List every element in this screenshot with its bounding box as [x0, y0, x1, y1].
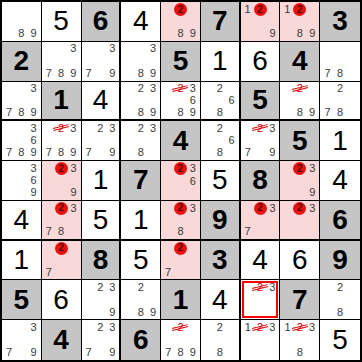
cell-r5c3[interactable]: 1	[82, 161, 122, 201]
candidate: 7	[321, 67, 334, 79]
cell-r3c7[interactable]: 5	[241, 82, 281, 122]
pencil-marks: 36789	[3, 122, 40, 159]
candidate: 9	[28, 28, 40, 40]
solved-digit: 1	[133, 206, 149, 234]
cell-r1c2[interactable]: 5	[42, 2, 82, 42]
candidate: 6	[187, 94, 199, 106]
candidate: 8	[174, 226, 187, 237]
cell-r9c6[interactable]: 28	[201, 320, 241, 360]
pencil-marks: 28	[321, 281, 359, 318]
cell-r8c1[interactable]: 5	[2, 280, 42, 320]
candidate: 2	[135, 122, 147, 134]
candidate: 2	[334, 83, 347, 95]
cell-r3c5[interactable]: 23689	[161, 82, 201, 122]
cell-r4c5[interactable]: 4	[161, 121, 201, 161]
cell-r7c3[interactable]: 8	[82, 241, 122, 281]
candidate-red-circled: 2	[55, 162, 68, 175]
candidate: 7	[43, 147, 55, 159]
candidate: 9	[28, 106, 40, 118]
candidate: 2	[214, 321, 226, 334]
pencil-marks: 28	[202, 321, 238, 359]
candidate: 7	[83, 147, 95, 159]
pencil-marks: 236	[162, 162, 199, 199]
candidate: 3	[147, 122, 159, 134]
cell-r9c7[interactable]: 123	[241, 320, 281, 360]
cell-r3c4[interactable]: 2389	[121, 82, 161, 122]
cell-r2c5[interactable]: 5	[161, 42, 201, 82]
sudoku-board: 8956428971291289323789379389516478378914…	[0, 0, 362, 362]
candidate: 3	[28, 162, 40, 174]
solved-digit: 4	[332, 166, 348, 194]
cell-r4c3[interactable]: 2379	[82, 121, 122, 161]
candidate: 3	[266, 321, 278, 334]
pencil-marks: 389	[122, 43, 159, 80]
cell-r8c4[interactable]: 289	[121, 280, 161, 320]
candidate: 3	[106, 43, 118, 55]
candidate: 8	[214, 106, 226, 118]
candidate: 3	[266, 281, 278, 293]
pencil-marks: 237	[242, 202, 279, 238]
cell-r9c5[interactable]: 2789	[161, 320, 201, 360]
candidate: 7	[3, 346, 15, 359]
candidate-red-circled: 2	[55, 202, 68, 215]
cell-r3c6[interactable]: 268	[201, 82, 241, 122]
candidate-eliminated: 2	[55, 122, 67, 134]
candidate: 3	[306, 202, 318, 215]
cell-r5c1[interactable]: 369	[2, 161, 42, 201]
candidate: 3	[106, 321, 118, 334]
candidate: 8	[55, 147, 67, 159]
candidate: 8	[15, 28, 27, 40]
given-digit: 8	[93, 246, 109, 274]
candidate: 3	[67, 43, 79, 55]
cell-r9c4[interactable]: 6	[121, 320, 161, 360]
candidate: 8	[334, 306, 347, 318]
given-digit: 5	[252, 86, 268, 114]
candidate-red-circled: 2	[174, 162, 187, 175]
pencil-marks: 78	[321, 43, 359, 80]
pencil-marks: 27	[43, 242, 80, 279]
candidate-eliminated: 2	[174, 83, 186, 95]
pencil-marks: 27	[162, 242, 199, 279]
pencil-marks: 268	[202, 122, 238, 159]
cell-r9c2[interactable]: 4	[42, 320, 82, 360]
candidate: 6	[226, 94, 238, 106]
cell-r1c8[interactable]: 1289	[280, 2, 320, 42]
cell-r9c1[interactable]: 379	[2, 320, 42, 360]
cell-r5c4[interactable]: 7	[121, 161, 161, 201]
pencil-marks: 129	[242, 3, 279, 40]
candidate: 3	[147, 43, 159, 55]
candidate: 8	[214, 147, 226, 159]
candidate: 7	[162, 267, 174, 279]
pencil-marks: 278	[321, 83, 359, 119]
candidate: 2	[334, 281, 347, 293]
candidate: 9	[187, 106, 199, 118]
given-digit: 9	[332, 246, 348, 274]
candidate: 8	[135, 306, 147, 318]
pencil-marks: 238	[122, 122, 159, 159]
solved-digit: 6	[252, 47, 268, 75]
candidate: 8	[135, 147, 147, 159]
cell-r6c6[interactable]: 9	[201, 201, 241, 241]
solved-digit: 4	[133, 7, 149, 35]
candidate: 3	[306, 321, 318, 334]
cell-r7c9[interactable]: 9	[320, 241, 360, 281]
candidate: 8	[135, 67, 147, 79]
candidate-eliminated: 2	[254, 281, 266, 293]
candidate: 8	[15, 106, 27, 118]
candidate: 3	[187, 83, 199, 95]
cell-r8c6[interactable]: 4	[201, 280, 241, 320]
cell-r2c7[interactable]: 6	[241, 42, 281, 82]
cell-r1c1[interactable]: 89	[2, 2, 42, 42]
candidate: 9	[306, 28, 318, 40]
pencil-marks: 239	[43, 162, 80, 199]
cell-r8c9[interactable]: 28	[320, 280, 360, 320]
cell-r1c6[interactable]: 7	[201, 2, 241, 42]
given-digit: 4	[173, 127, 189, 155]
cell-r3c8[interactable]: 289	[280, 82, 320, 122]
cell-r8c7[interactable]: 23	[241, 280, 281, 320]
cell-r6c3[interactable]: 5	[82, 201, 122, 241]
pencil-marks: 289	[162, 3, 199, 40]
candidate: 8	[174, 346, 186, 359]
candidate: 9	[147, 67, 159, 79]
candidate: 9	[187, 28, 199, 40]
cell-r5c8[interactable]: 239	[280, 161, 320, 201]
solved-digit: 1	[212, 47, 228, 75]
candidate: 3	[187, 202, 199, 215]
pencil-marks: 2378	[43, 202, 80, 238]
candidate: 9	[68, 187, 80, 199]
pencil-marks: 1289	[281, 3, 318, 40]
pencil-marks: 23	[281, 202, 318, 238]
given-digit: 4	[292, 47, 308, 75]
solved-digit: 4	[14, 206, 30, 234]
candidate: 7	[242, 226, 254, 237]
candidate: 6	[28, 174, 40, 186]
cell-r4c8[interactable]: 5	[280, 121, 320, 161]
cell-r7c8[interactable]: 6	[280, 241, 320, 281]
candidate: 9	[67, 147, 79, 159]
candidate: 9	[106, 346, 118, 359]
cell-r6c1[interactable]: 4	[2, 201, 42, 241]
pencil-marks: 289	[122, 281, 159, 318]
candidate: 9	[67, 67, 79, 79]
given-digit: 5	[14, 286, 30, 314]
cell-r5c7[interactable]: 8	[241, 161, 281, 201]
solved-digit: 4	[212, 286, 228, 314]
candidate: 2	[135, 83, 147, 95]
pencil-marks: 1238	[281, 321, 318, 359]
cell-r4c6[interactable]: 268	[201, 121, 241, 161]
candidate: 6	[187, 175, 199, 187]
candidate: 9	[28, 346, 40, 359]
candidate-eliminated: 2	[294, 83, 306, 95]
cell-r3c9[interactable]: 278	[320, 82, 360, 122]
cell-r2c9[interactable]: 78	[320, 42, 360, 82]
solved-digit: 1	[332, 127, 348, 155]
cell-r2c4[interactable]: 389	[121, 42, 161, 82]
candidate: 7	[3, 147, 15, 159]
pencil-marks: 239	[83, 281, 119, 318]
candidate: 3	[106, 122, 118, 134]
candidate: 7	[83, 67, 95, 79]
pencil-marks: 2789	[162, 321, 199, 359]
candidate: 7	[162, 346, 174, 359]
cell-r3c3[interactable]: 4	[82, 82, 122, 122]
cell-r2c6[interactable]: 1	[201, 42, 241, 82]
candidate: 9	[106, 67, 118, 79]
given-digit: 2	[14, 47, 30, 75]
cell-r1c3[interactable]: 6	[82, 2, 122, 42]
cell-r1c7[interactable]: 129	[241, 2, 281, 42]
given-digit: 5	[292, 127, 308, 155]
candidate-red-circled: 2	[293, 162, 306, 175]
solved-digit: 6	[292, 246, 308, 274]
given-digit: 6	[93, 7, 109, 35]
candidate: 3	[28, 83, 40, 95]
given-digit: 3	[212, 246, 228, 274]
cell-r4c2[interactable]: 23789	[42, 121, 82, 161]
candidate: 7	[43, 267, 55, 279]
candidate-red-circled: 2	[55, 242, 68, 255]
candidate: 7	[43, 67, 55, 79]
candidate: 3	[187, 162, 199, 175]
candidate: 3	[68, 202, 80, 215]
candidate: 8	[214, 346, 226, 359]
solved-digit: 1	[14, 246, 30, 274]
candidate-red-circled: 2	[254, 202, 267, 215]
solved-digit: 1	[93, 166, 109, 194]
candidate: 8	[55, 67, 67, 79]
cell-r8c5[interactable]: 1	[161, 280, 201, 320]
cell-r8c2[interactable]: 6	[42, 280, 82, 320]
candidate: 8	[15, 147, 27, 159]
cell-r6c8[interactable]: 23	[280, 201, 320, 241]
pencil-marks: 379	[83, 43, 119, 80]
pencil-marks: 268	[202, 83, 238, 119]
candidate: 2	[94, 281, 106, 293]
given-digit: 7	[292, 286, 308, 314]
pencil-marks: 2379	[83, 122, 119, 159]
candidate-eliminated: 2	[254, 321, 266, 334]
pencil-marks: 289	[281, 83, 318, 119]
candidate: 1	[242, 3, 254, 16]
candidate: 9	[147, 306, 159, 318]
candidate: 7	[83, 346, 95, 359]
pencil-marks: 3789	[3, 83, 40, 119]
cell-r1c4[interactable]: 4	[121, 2, 161, 42]
candidate: 8	[334, 106, 347, 118]
candidate: 8	[174, 28, 187, 40]
candidate: 9	[106, 147, 118, 159]
cell-r6c9[interactable]: 6	[320, 201, 360, 241]
solved-digit: 5	[93, 206, 109, 234]
cell-r4c7[interactable]: 2379	[241, 121, 281, 161]
cell-r6c7[interactable]: 237	[241, 201, 281, 241]
candidate-eliminated: 2	[294, 321, 306, 334]
candidate: 3	[266, 122, 278, 134]
given-digit: 7	[212, 7, 228, 35]
candidate: 9	[306, 106, 318, 118]
candidate: 8	[294, 106, 306, 118]
candidate: 6	[226, 135, 238, 147]
cell-r8c8[interactable]: 7	[280, 280, 320, 320]
given-digit: 7	[133, 166, 149, 194]
cell-r7c6[interactable]: 3	[201, 241, 241, 281]
candidate: 7	[43, 226, 55, 237]
given-digit: 6	[332, 206, 348, 234]
pencil-marks: 123	[242, 321, 279, 359]
cell-r4c4[interactable]: 238	[121, 121, 161, 161]
pencil-marks: 23	[242, 281, 279, 318]
cell-r6c2[interactable]: 2378	[42, 201, 82, 241]
given-digit: 1	[53, 86, 69, 114]
cell-r4c9[interactable]: 1	[320, 121, 360, 161]
pencil-marks: 3789	[43, 43, 80, 80]
candidate: 3	[68, 162, 80, 175]
solved-digit: 6	[53, 286, 69, 314]
cell-r9c9[interactable]: 5	[320, 320, 360, 360]
given-digit: 9	[212, 206, 228, 234]
given-digit: 4	[53, 326, 69, 354]
cell-r7c2[interactable]: 27	[42, 241, 82, 281]
candidate: 3	[67, 122, 79, 134]
candidate: 3	[267, 202, 279, 215]
candidate-red-circled: 2	[293, 202, 306, 215]
solved-digit: 4	[93, 86, 109, 114]
pencil-marks: 2389	[122, 83, 159, 119]
candidate-red-circled: 2	[254, 3, 267, 16]
cell-r4c1[interactable]: 36789	[2, 121, 42, 161]
cell-r7c7[interactable]: 4	[241, 241, 281, 281]
candidate: 7	[321, 106, 334, 118]
candidate: 2	[214, 122, 226, 134]
candidate: 7	[3, 106, 15, 118]
cell-r3c1[interactable]: 3789	[2, 82, 42, 122]
candidate: 1	[281, 3, 293, 16]
pencil-marks: 238	[162, 202, 199, 238]
given-digit: 6	[133, 326, 149, 354]
pencil-marks: 2379	[83, 321, 119, 359]
cell-r3c2[interactable]: 1	[42, 82, 82, 122]
candidate: 7	[242, 147, 254, 159]
cell-r8c3[interactable]: 239	[82, 280, 122, 320]
candidate: 8	[174, 106, 186, 118]
cell-r2c3[interactable]: 379	[82, 42, 122, 82]
given-digit: 8	[252, 166, 268, 194]
pencil-marks: 2379	[242, 122, 279, 159]
candidate: 3	[306, 162, 318, 175]
candidate: 9	[306, 187, 318, 199]
candidate-red-circled: 2	[174, 242, 187, 255]
cell-r6c5[interactable]: 238	[161, 201, 201, 241]
candidate: 3	[28, 321, 40, 334]
pencil-marks: 369	[3, 162, 40, 199]
cell-r7c1[interactable]: 1	[2, 241, 42, 281]
cell-r1c9[interactable]: 3	[320, 2, 360, 42]
candidate: 9	[187, 346, 199, 359]
candidate-eliminated: 2	[254, 122, 266, 134]
candidate: 2	[135, 281, 147, 293]
candidate: 3	[28, 122, 40, 134]
solved-digit: 5	[133, 246, 149, 274]
cell-r5c9[interactable]: 4	[320, 161, 360, 201]
cell-r6c4[interactable]: 1	[121, 201, 161, 241]
cell-r5c2[interactable]: 239	[42, 161, 82, 201]
candidate: 2	[214, 83, 226, 95]
pencil-marks: 379	[3, 321, 40, 359]
given-digit: 1	[173, 286, 189, 314]
pencil-marks: 23689	[162, 83, 199, 119]
candidate: 8	[135, 106, 147, 118]
pencil-marks: 89	[3, 3, 40, 40]
cell-r7c5[interactable]: 27	[161, 241, 201, 281]
candidate-eliminated: 2	[174, 321, 186, 334]
cell-r9c8[interactable]: 1238	[280, 320, 320, 360]
cell-r2c1[interactable]: 2	[2, 42, 42, 82]
candidate: 8	[293, 28, 306, 40]
candidate: 8	[334, 67, 347, 79]
solved-digit: 5	[53, 7, 69, 35]
cell-r1c5[interactable]: 289	[161, 2, 201, 42]
candidate: 9	[106, 306, 118, 318]
candidate: 6	[28, 135, 40, 147]
candidate: 2	[94, 321, 106, 334]
candidate: 2	[94, 122, 106, 134]
candidate-red-circled: 2	[174, 202, 187, 215]
solved-digit: 5	[212, 166, 228, 194]
candidate-red-circled: 2	[293, 3, 306, 16]
solved-digit: 5	[332, 326, 348, 354]
candidate: 8	[294, 346, 306, 359]
cell-r2c8[interactable]: 4	[280, 42, 320, 82]
candidate: 9	[266, 147, 278, 159]
candidate: 3	[147, 83, 159, 95]
cell-r5c5[interactable]: 236	[161, 161, 201, 201]
pencil-marks: 23789	[43, 122, 80, 159]
given-digit: 3	[332, 7, 348, 35]
solved-digit: 4	[252, 246, 268, 274]
cell-r2c2[interactable]: 3789	[42, 42, 82, 82]
cell-r7c4[interactable]: 5	[121, 241, 161, 281]
candidate: 9	[267, 28, 279, 40]
candidate: 3	[106, 281, 118, 293]
cell-r5c6[interactable]: 5	[201, 161, 241, 201]
cell-r9c3[interactable]: 2379	[82, 320, 122, 360]
pencil-marks: 239	[281, 162, 318, 199]
given-digit: 5	[173, 47, 189, 75]
candidate-red-circled: 2	[174, 3, 187, 16]
candidate: 8	[55, 226, 68, 237]
candidate: 9	[28, 187, 40, 199]
candidate: 9	[28, 147, 40, 159]
candidate: 9	[147, 106, 159, 118]
